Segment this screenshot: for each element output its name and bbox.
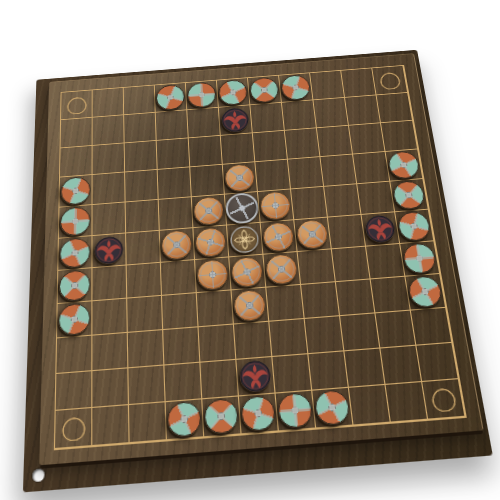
board-cell[interactable] [266, 284, 304, 321]
board-cell[interactable] [123, 85, 155, 115]
board-cell[interactable] [260, 220, 297, 254]
board-cell[interactable] [327, 214, 365, 248]
defender-piece[interactable] [265, 253, 299, 285]
board-cell[interactable] [92, 298, 127, 335]
attacker-piece[interactable] [396, 211, 432, 242]
board-cell[interactable] [341, 68, 376, 97]
board-cell[interactable] [376, 92, 412, 122]
board-cell[interactable] [188, 135, 222, 166]
board-cell[interactable] [92, 87, 124, 117]
board-cell[interactable] [275, 390, 316, 431]
board-cell[interactable] [92, 143, 125, 175]
board-cell[interactable] [229, 254, 266, 290]
board-cell[interactable] [263, 252, 301, 288]
defender-piece[interactable] [259, 190, 292, 220]
board-cell[interactable] [202, 396, 241, 437]
board-grid [53, 65, 466, 450]
hanging-hole [32, 468, 45, 482]
board-cell[interactable] [385, 382, 428, 423]
attacker-piece[interactable] [401, 242, 437, 274]
board-cell[interactable] [195, 257, 231, 293]
board-cell[interactable] [92, 233, 126, 268]
board-cell[interactable] [125, 169, 159, 202]
board-cell[interactable] [287, 157, 323, 189]
board-cell[interactable] [335, 279, 375, 316]
board-cell[interactable] [272, 354, 312, 393]
board-cell[interactable] [196, 290, 233, 327]
board-cell[interactable] [92, 332, 128, 370]
board-cell[interactable] [126, 230, 161, 265]
triquetra-icon [61, 415, 85, 442]
board-cell[interactable] [200, 359, 239, 398]
board-cell[interactable] [59, 175, 92, 208]
board-cell[interactable] [257, 189, 293, 222]
board-cell[interactable] [310, 70, 345, 100]
board-cell[interactable] [284, 128, 320, 159]
attacker-piece[interactable] [407, 275, 444, 308]
attacker-piece[interactable] [187, 81, 217, 108]
board-cell[interactable] [157, 167, 191, 200]
board-cell[interactable] [127, 295, 163, 332]
board-cell[interactable] [313, 97, 348, 127]
board-cell[interactable] [128, 402, 166, 443]
board-cell[interactable] [320, 154, 357, 186]
board-cell[interactable] [344, 95, 380, 125]
board-cell[interactable] [60, 145, 93, 177]
board-cell[interactable] [380, 345, 422, 384]
board-cell[interactable] [163, 327, 200, 365]
attacker-piece[interactable] [156, 84, 186, 111]
attacker-piece[interactable] [277, 392, 314, 429]
board-cell[interactable] [380, 120, 417, 151]
board-cell[interactable] [304, 316, 344, 354]
attacker-piece[interactable] [249, 77, 280, 104]
board-cell[interactable] [92, 202, 126, 236]
board-cell[interactable] [301, 282, 340, 319]
attacker-piece[interactable] [60, 176, 90, 206]
board-cell[interactable] [156, 138, 190, 170]
board-cell[interactable] [60, 117, 92, 148]
board-cell[interactable] [92, 115, 124, 146]
attacker-piece[interactable] [313, 389, 351, 426]
board-cell[interactable] [154, 83, 186, 113]
attacker-piece[interactable] [167, 401, 202, 438]
attacker-piece[interactable] [240, 395, 276, 432]
board-cell[interactable] [297, 249, 335, 285]
board-perspective-wrap [39, 53, 483, 465]
board-cell[interactable] [255, 159, 291, 191]
board-cell[interactable] [400, 241, 440, 276]
board-cell[interactable] [224, 192, 260, 225]
game-board [39, 53, 483, 465]
raven-piece[interactable] [221, 107, 250, 133]
board-cell[interactable] [250, 102, 284, 132]
board-cell[interactable] [220, 133, 255, 164]
attacker-piece[interactable] [280, 74, 311, 101]
board-cell[interactable] [124, 112, 157, 143]
board-cell[interactable] [247, 75, 281, 105]
attacker-piece[interactable] [59, 237, 90, 269]
board-cell[interactable] [198, 324, 236, 362]
board-cell[interactable] [339, 313, 379, 351]
board-cell[interactable] [126, 262, 161, 298]
board-cell[interactable] [155, 110, 188, 141]
board-cell[interactable] [294, 217, 332, 251]
board-cell[interactable] [390, 179, 428, 212]
raven-piece[interactable] [94, 235, 123, 265]
board-cell[interactable] [361, 212, 400, 246]
board-cell[interactable] [218, 105, 252, 136]
board-cell[interactable] [92, 405, 129, 446]
defender-piece[interactable] [295, 219, 329, 250]
board-cell[interactable] [187, 107, 220, 138]
defender-piece[interactable] [161, 229, 193, 261]
board-cell[interactable] [58, 205, 92, 239]
board-cell[interactable] [416, 342, 458, 381]
board-cell[interactable] [124, 140, 157, 172]
board-cell[interactable] [281, 100, 316, 130]
board-cell[interactable] [252, 130, 287, 161]
board-cell[interactable] [238, 393, 278, 434]
board-cell[interactable] [365, 243, 404, 278]
board-cell[interactable] [55, 371, 92, 411]
defender-piece[interactable] [262, 221, 296, 252]
board-cell[interactable] [56, 335, 92, 373]
triquetra-icon [429, 386, 457, 412]
raven-piece[interactable] [364, 214, 397, 243]
board-cell[interactable] [233, 321, 271, 359]
defender-piece[interactable] [233, 289, 267, 323]
board-cell[interactable] [405, 273, 446, 310]
defender-piece[interactable] [193, 196, 225, 227]
defender-piece[interactable] [196, 258, 229, 291]
board-cell[interactable] [193, 225, 229, 260]
defender-piece[interactable] [194, 227, 227, 259]
board-cell[interactable] [190, 164, 225, 196]
board-cell[interactable] [125, 199, 159, 233]
attacker-piece[interactable] [391, 180, 426, 210]
defender-piece[interactable] [224, 163, 256, 193]
board-cell[interactable] [161, 293, 198, 330]
board-cell[interactable] [160, 260, 196, 296]
board-cell[interactable] [216, 78, 249, 108]
raven-piece[interactable] [239, 359, 272, 393]
board-cell[interactable] [57, 301, 92, 338]
board-cell[interactable] [348, 123, 385, 154]
board-cell[interactable] [185, 80, 218, 110]
triquetra-icon [378, 71, 401, 90]
board-cell[interactable] [331, 246, 370, 282]
attacker-piece[interactable] [203, 398, 239, 435]
defender-piece[interactable] [230, 256, 264, 289]
attacker-piece[interactable] [59, 269, 91, 302]
board-cell[interactable] [324, 184, 361, 217]
board-cell[interactable] [226, 222, 262, 257]
king-piece[interactable] [229, 225, 260, 254]
attacker-piece[interactable] [58, 302, 90, 336]
attacker-piece[interactable] [387, 150, 421, 179]
board-cell[interactable] [269, 318, 308, 356]
board-cell[interactable] [385, 149, 423, 181]
board-cell[interactable] [370, 276, 410, 313]
board-cell[interactable] [279, 73, 313, 103]
board-cell[interactable] [290, 186, 327, 219]
board-cell[interactable] [312, 387, 353, 428]
board-cell[interactable] [375, 310, 416, 348]
board-cell[interactable] [344, 348, 385, 387]
board-cell[interactable] [127, 330, 164, 368]
board-cell[interactable] [92, 368, 129, 408]
board-cell[interactable] [222, 162, 257, 194]
board-cell[interactable] [191, 194, 226, 228]
board-cell[interactable] [158, 197, 193, 231]
triquetra-icon [66, 95, 86, 114]
board-cell[interactable] [159, 228, 194, 263]
photo-background [0, 0, 500, 500]
board-cell[interactable] [128, 365, 165, 405]
board-cell[interactable] [357, 181, 395, 214]
board-cell[interactable] [352, 151, 389, 183]
board-cell[interactable] [410, 307, 452, 345]
attacker-piece[interactable] [218, 79, 248, 106]
board-cell[interactable] [164, 362, 202, 402]
board-cell[interactable] [92, 172, 125, 205]
board-cell[interactable] [316, 125, 352, 156]
attacker-piece[interactable] [60, 206, 91, 237]
board-cell[interactable] [231, 287, 269, 324]
dark-defender-piece[interactable] [225, 192, 260, 224]
board-cell[interactable] [308, 351, 348, 390]
board-cell[interactable] [58, 236, 92, 271]
board-cell[interactable] [348, 384, 390, 425]
board-cell[interactable] [165, 399, 204, 440]
board-cell[interactable] [57, 268, 92, 304]
board-cell[interactable] [395, 209, 434, 243]
board-cell[interactable] [236, 357, 275, 396]
board-cell[interactable] [92, 265, 127, 301]
